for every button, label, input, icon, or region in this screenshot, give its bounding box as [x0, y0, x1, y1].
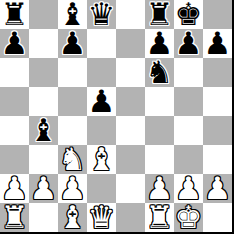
square-d6[interactable] [87, 58, 116, 87]
white-bishop-piece[interactable]: ♝ [59, 203, 87, 232]
square-b2[interactable]: ♟ [29, 174, 58, 203]
square-h8[interactable] [203, 0, 232, 29]
square-f6[interactable]: ♞ [145, 58, 174, 87]
black-pawn-piece[interactable]: ♟ [1, 29, 29, 58]
white-queen-piece[interactable]: ♛ [88, 203, 116, 232]
square-a2[interactable]: ♟ [0, 174, 29, 203]
black-knight-piece[interactable]: ♞ [146, 58, 174, 87]
square-c3[interactable]: ♞ [58, 145, 87, 174]
square-f4[interactable] [145, 116, 174, 145]
square-h5[interactable] [203, 87, 232, 116]
square-a5[interactable] [0, 87, 29, 116]
square-f1[interactable]: ♜ [145, 203, 174, 232]
square-e4[interactable] [116, 116, 145, 145]
square-h4[interactable] [203, 116, 232, 145]
square-b1[interactable] [29, 203, 58, 232]
square-b8[interactable] [29, 0, 58, 29]
black-pawn-piece[interactable]: ♟ [146, 29, 174, 58]
square-g4[interactable] [174, 116, 203, 145]
square-c6[interactable] [58, 58, 87, 87]
square-f7[interactable]: ♟ [145, 29, 174, 58]
square-g1[interactable]: ♚ [174, 203, 203, 232]
square-f2[interactable]: ♟ [145, 174, 174, 203]
black-rook-piece[interactable]: ♜ [1, 0, 29, 29]
black-bishop-piece[interactable]: ♝ [59, 0, 87, 29]
square-h2[interactable]: ♟ [203, 174, 232, 203]
square-e8[interactable] [116, 0, 145, 29]
white-knight-piece[interactable]: ♞ [59, 145, 87, 174]
square-e7[interactable] [116, 29, 145, 58]
square-e6[interactable] [116, 58, 145, 87]
square-d8[interactable]: ♛ [87, 0, 116, 29]
square-e2[interactable] [116, 174, 145, 203]
square-g6[interactable] [174, 58, 203, 87]
black-king-piece[interactable]: ♚ [175, 0, 203, 29]
square-d7[interactable] [87, 29, 116, 58]
white-pawn-piece[interactable]: ♟ [30, 174, 58, 203]
square-a4[interactable] [0, 116, 29, 145]
square-b4[interactable]: ♝ [29, 116, 58, 145]
white-rook-piece[interactable]: ♜ [1, 203, 29, 232]
black-rook-piece[interactable]: ♜ [146, 0, 174, 29]
square-g2[interactable]: ♟ [174, 174, 203, 203]
square-b3[interactable] [29, 145, 58, 174]
square-d4[interactable] [87, 116, 116, 145]
square-h6[interactable] [203, 58, 232, 87]
square-g3[interactable] [174, 145, 203, 174]
white-pawn-piece[interactable]: ♟ [1, 174, 29, 203]
square-e5[interactable] [116, 87, 145, 116]
square-a1[interactable]: ♜ [0, 203, 29, 232]
square-g7[interactable]: ♟ [174, 29, 203, 58]
black-bishop-piece[interactable]: ♝ [30, 116, 58, 145]
square-c7[interactable]: ♟ [58, 29, 87, 58]
square-a3[interactable] [0, 145, 29, 174]
square-c8[interactable]: ♝ [58, 0, 87, 29]
white-pawn-piece[interactable]: ♟ [204, 174, 232, 203]
square-e1[interactable] [116, 203, 145, 232]
square-g8[interactable]: ♚ [174, 0, 203, 29]
white-bishop-piece[interactable]: ♝ [88, 145, 116, 174]
chess-board-frame: ♜♝♛♜♚♟♟♟♟♟♞♟♝♞♝♟♟♟♟♟♟♜♝♛♜♚ [0, 0, 234, 234]
square-c4[interactable] [58, 116, 87, 145]
black-pawn-piece[interactable]: ♟ [175, 29, 203, 58]
square-e3[interactable] [116, 145, 145, 174]
square-b5[interactable] [29, 87, 58, 116]
square-f8[interactable]: ♜ [145, 0, 174, 29]
square-c5[interactable] [58, 87, 87, 116]
square-d3[interactable]: ♝ [87, 145, 116, 174]
square-f3[interactable] [145, 145, 174, 174]
square-a8[interactable]: ♜ [0, 0, 29, 29]
square-h7[interactable]: ♟ [203, 29, 232, 58]
black-queen-piece[interactable]: ♛ [88, 0, 116, 29]
square-d5[interactable]: ♟ [87, 87, 116, 116]
black-pawn-piece[interactable]: ♟ [204, 29, 232, 58]
white-pawn-piece[interactable]: ♟ [175, 174, 203, 203]
square-c2[interactable]: ♟ [58, 174, 87, 203]
white-rook-piece[interactable]: ♜ [146, 203, 174, 232]
square-f5[interactable] [145, 87, 174, 116]
square-d1[interactable]: ♛ [87, 203, 116, 232]
white-pawn-piece[interactable]: ♟ [59, 174, 87, 203]
white-pawn-piece[interactable]: ♟ [146, 174, 174, 203]
square-a6[interactable] [0, 58, 29, 87]
square-d2[interactable] [87, 174, 116, 203]
square-c1[interactable]: ♝ [58, 203, 87, 232]
chess-board: ♜♝♛♜♚♟♟♟♟♟♞♟♝♞♝♟♟♟♟♟♟♜♝♛♜♚ [0, 0, 234, 234]
square-h1[interactable] [203, 203, 232, 232]
square-g5[interactable] [174, 87, 203, 116]
square-b6[interactable] [29, 58, 58, 87]
black-pawn-piece[interactable]: ♟ [59, 29, 87, 58]
white-king-piece[interactable]: ♚ [175, 203, 203, 232]
square-a7[interactable]: ♟ [0, 29, 29, 58]
square-b7[interactable] [29, 29, 58, 58]
black-pawn-piece[interactable]: ♟ [88, 87, 116, 116]
square-h3[interactable] [203, 145, 232, 174]
